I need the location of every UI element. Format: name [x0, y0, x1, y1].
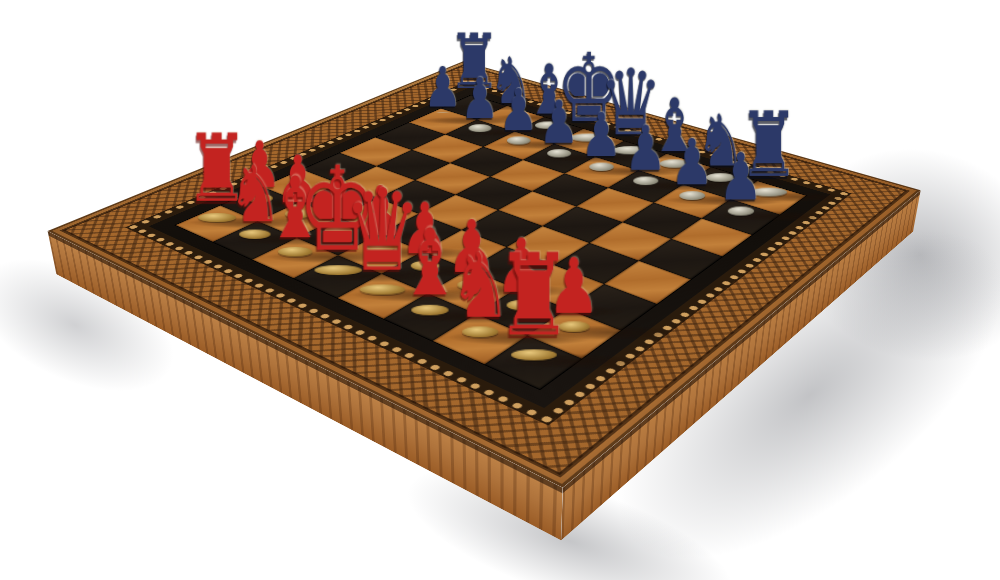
pawn-glyph: ♟ [718, 144, 763, 209]
product-photo-stage: ♜♞♝♚♛♝♞♜♟♟♟♟♟♟♟♟♟♟♟♟♟♟♟♟♜♞♝♚♛♝♞♜ [0, 0, 1000, 580]
rook-glyph: ♜ [494, 240, 572, 353]
piece-figure: ♜ [447, 175, 620, 361]
chess-case: ♜♞♝♚♛♝♞♜♟♟♟♟♟♟♟♟♟♟♟♟♟♟♟♟♜♞♝♚♛♝♞♜ [48, 61, 921, 488]
pieces-layer: ♜♞♝♚♛♝♞♜♟♟♟♟♟♟♟♟♟♟♟♟♟♟♟♟♜♞♝♚♛♝♞♜ [48, 61, 921, 488]
piece-figure: ♟ [670, 64, 811, 216]
